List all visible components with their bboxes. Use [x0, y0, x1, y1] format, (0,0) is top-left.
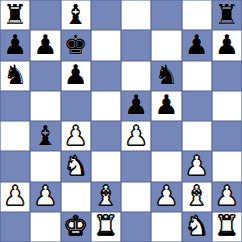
black-rook[interactable]: ♜ [215, 1, 239, 28]
square-f3[interactable] [151, 151, 181, 181]
black-rook[interactable]: ♜ [3, 1, 27, 28]
square-f4[interactable] [151, 121, 181, 151]
black-pawn[interactable]: ♟ [185, 31, 209, 58]
square-a4[interactable] [0, 121, 30, 151]
square-a8[interactable]: ♜ [0, 0, 30, 30]
black-bishop[interactable]: ♝ [33, 122, 57, 149]
square-g6[interactable] [182, 61, 212, 91]
square-b8[interactable] [30, 0, 60, 30]
square-a3[interactable] [0, 151, 30, 181]
square-c3[interactable]: ♞ [61, 151, 91, 181]
black-knight[interactable]: ♞ [154, 61, 178, 88]
square-f1[interactable] [151, 212, 181, 242]
square-g1[interactable]: ♞ [182, 212, 212, 242]
black-pawn[interactable]: ♟ [64, 61, 88, 88]
square-e2[interactable] [121, 182, 151, 212]
square-g8[interactable] [182, 0, 212, 30]
black-pawn[interactable]: ♟ [154, 91, 178, 118]
white-knight[interactable]: ♞ [64, 152, 88, 179]
black-pawn[interactable]: ♟ [124, 91, 148, 118]
white-bishop[interactable]: ♝ [185, 182, 209, 209]
square-c5[interactable] [61, 91, 91, 121]
square-c1[interactable]: ♚ [61, 212, 91, 242]
white-rook[interactable]: ♜ [215, 212, 239, 239]
square-d4[interactable] [91, 121, 121, 151]
square-e6[interactable] [121, 61, 151, 91]
square-g4[interactable] [182, 121, 212, 151]
square-a7[interactable]: ♟ [0, 30, 30, 60]
square-c8[interactable]: ♝ [61, 0, 91, 30]
square-f5[interactable]: ♟ [151, 91, 181, 121]
square-b5[interactable] [30, 91, 60, 121]
white-pawn[interactable]: ♟ [154, 182, 178, 209]
white-king[interactable]: ♚ [64, 212, 88, 239]
square-d5[interactable] [91, 91, 121, 121]
black-knight[interactable]: ♞ [3, 61, 27, 88]
white-pawn[interactable]: ♟ [33, 182, 57, 209]
square-g2[interactable]: ♝ [182, 182, 212, 212]
square-d8[interactable] [91, 0, 121, 30]
square-h7[interactable]: ♟ [212, 30, 242, 60]
square-d6[interactable] [91, 61, 121, 91]
square-e5[interactable]: ♟ [121, 91, 151, 121]
white-pawn[interactable]: ♟ [3, 182, 27, 209]
square-h3[interactable] [212, 151, 242, 181]
square-b7[interactable]: ♟ [30, 30, 60, 60]
chess-board: ♜♝♜♟♟♚♟♟♞♟♞♟♟♝♟♟♞♟♟♟♝♟♝♟♚♜♞♜ [0, 0, 242, 242]
square-f6[interactable]: ♞ [151, 61, 181, 91]
white-pawn[interactable]: ♟ [124, 122, 148, 149]
white-pawn[interactable]: ♟ [64, 122, 88, 149]
white-knight[interactable]: ♞ [185, 212, 209, 239]
black-pawn[interactable]: ♟ [33, 31, 57, 58]
square-h6[interactable] [212, 61, 242, 91]
square-b6[interactable] [30, 61, 60, 91]
square-h8[interactable]: ♜ [212, 0, 242, 30]
square-c7[interactable]: ♚ [61, 30, 91, 60]
black-pawn[interactable]: ♟ [215, 31, 239, 58]
white-pawn[interactable]: ♟ [215, 182, 239, 209]
square-d2[interactable]: ♝ [91, 182, 121, 212]
square-c4[interactable]: ♟ [61, 121, 91, 151]
white-pawn[interactable]: ♟ [185, 152, 209, 179]
chess-board-window: ♜♝♜♟♟♚♟♟♞♟♞♟♟♝♟♟♞♟♟♟♝♟♝♟♚♜♞♜ [0, 0, 242, 242]
square-f8[interactable] [151, 0, 181, 30]
square-d1[interactable]: ♜ [91, 212, 121, 242]
black-king[interactable]: ♚ [64, 31, 88, 58]
white-bishop[interactable]: ♝ [94, 182, 118, 209]
black-pawn[interactable]: ♟ [3, 31, 27, 58]
square-e4[interactable]: ♟ [121, 121, 151, 151]
square-b2[interactable]: ♟ [30, 182, 60, 212]
square-g3[interactable]: ♟ [182, 151, 212, 181]
square-c2[interactable] [61, 182, 91, 212]
square-h5[interactable] [212, 91, 242, 121]
square-g5[interactable] [182, 91, 212, 121]
square-a5[interactable] [0, 91, 30, 121]
square-e3[interactable] [121, 151, 151, 181]
square-f7[interactable] [151, 30, 181, 60]
square-c6[interactable]: ♟ [61, 61, 91, 91]
square-h1[interactable]: ♜ [212, 212, 242, 242]
square-f2[interactable]: ♟ [151, 182, 181, 212]
square-h2[interactable]: ♟ [212, 182, 242, 212]
square-e7[interactable] [121, 30, 151, 60]
square-e8[interactable] [121, 0, 151, 30]
square-g7[interactable]: ♟ [182, 30, 212, 60]
square-b3[interactable] [30, 151, 60, 181]
square-a6[interactable]: ♞ [0, 61, 30, 91]
square-d7[interactable] [91, 30, 121, 60]
square-b1[interactable] [30, 212, 60, 242]
square-e1[interactable] [121, 212, 151, 242]
square-d3[interactable] [91, 151, 121, 181]
square-h4[interactable] [212, 121, 242, 151]
black-bishop[interactable]: ♝ [64, 1, 88, 28]
square-b4[interactable]: ♝ [30, 121, 60, 151]
square-a1[interactable] [0, 212, 30, 242]
square-a2[interactable]: ♟ [0, 182, 30, 212]
white-rook[interactable]: ♜ [94, 212, 118, 239]
